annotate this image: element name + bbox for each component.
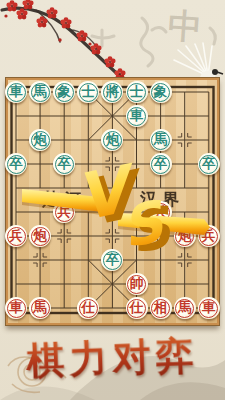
piece-black-soldier[interactable]: 卒 <box>150 153 172 175</box>
piece-red-general[interactable]: 帥 <box>126 273 148 295</box>
piece-black-horse[interactable]: 馬 <box>29 81 51 103</box>
xiangqi-board[interactable]: 楚河 汉界 車馬象士將士象車炮炮馬卒卒卒卒兵兵兵炮炮兵卒帥車馬仕仕相馬車 <box>6 78 219 325</box>
piece-red-horse[interactable]: 馬 <box>29 297 51 319</box>
game-screen: 中 <box>0 0 225 400</box>
footer-title: 棋力对弈 <box>0 330 225 386</box>
piece-red-cannon[interactable]: 炮 <box>174 225 196 247</box>
piece-label: 馬 <box>150 129 172 151</box>
piece-label: 車 <box>5 81 27 103</box>
piece-red-advisor[interactable]: 仕 <box>77 297 99 319</box>
piece-black-soldier[interactable]: 卒 <box>101 249 123 271</box>
piece-black-advisor[interactable]: 士 <box>77 81 99 103</box>
piece-black-rook[interactable]: 車 <box>126 105 148 127</box>
piece-black-cannon[interactable]: 炮 <box>101 129 123 151</box>
piece-label: 炮 <box>29 129 51 151</box>
piece-label: 卒 <box>198 153 220 175</box>
piece-black-soldier[interactable]: 卒 <box>198 153 220 175</box>
piece-black-soldier[interactable]: 卒 <box>5 153 27 175</box>
piece-label: 士 <box>77 81 99 103</box>
piece-label: 兵 <box>150 201 172 223</box>
piece-label: 車 <box>198 297 220 319</box>
piece-black-elephant[interactable]: 象 <box>53 81 75 103</box>
piece-label: 馬 <box>29 297 51 319</box>
piece-label: 車 <box>126 105 148 127</box>
piece-label: 炮 <box>29 225 51 247</box>
piece-red-soldier[interactable]: 兵 <box>53 201 75 223</box>
piece-label: 兵 <box>198 225 220 247</box>
piece-red-rook[interactable]: 車 <box>198 297 220 319</box>
piece-label: 帥 <box>126 273 148 295</box>
piece-label: 卒 <box>5 153 27 175</box>
piece-black-soldier[interactable]: 卒 <box>53 153 75 175</box>
piece-red-soldier[interactable]: 兵 <box>5 225 27 247</box>
piece-black-general[interactable]: 將 <box>101 81 123 103</box>
piece-red-cannon[interactable]: 炮 <box>29 225 51 247</box>
piece-label: 兵 <box>5 225 27 247</box>
piece-label: 炮 <box>174 225 196 247</box>
piece-label: 卒 <box>101 249 123 271</box>
piece-label: 卒 <box>150 153 172 175</box>
piece-label: 仕 <box>126 297 148 319</box>
piece-black-horse[interactable]: 馬 <box>150 129 172 151</box>
piece-label: 車 <box>5 297 27 319</box>
piece-red-advisor[interactable]: 仕 <box>126 297 148 319</box>
piece-label: 馬 <box>174 297 196 319</box>
plum-blossom-decoration <box>0 0 132 86</box>
piece-black-advisor[interactable]: 士 <box>126 81 148 103</box>
piece-label: 象 <box>53 81 75 103</box>
piece-red-rook[interactable]: 車 <box>5 297 27 319</box>
piece-label: 象 <box>150 81 172 103</box>
piece-black-elephant[interactable]: 象 <box>150 81 172 103</box>
piece-label: 仕 <box>77 297 99 319</box>
piece-red-horse[interactable]: 馬 <box>174 297 196 319</box>
piece-label: 將 <box>101 81 123 103</box>
piece-black-rook[interactable]: 車 <box>5 81 27 103</box>
piece-label: 相 <box>150 297 172 319</box>
piece-label: 炮 <box>101 129 123 151</box>
piece-red-elephant[interactable]: 相 <box>150 297 172 319</box>
piece-label: 兵 <box>53 201 75 223</box>
piece-red-soldier[interactable]: 兵 <box>150 201 172 223</box>
piece-black-cannon[interactable]: 炮 <box>29 129 51 151</box>
piece-label: 士 <box>126 81 148 103</box>
piece-red-soldier[interactable]: 兵 <box>198 225 220 247</box>
piece-label: 卒 <box>53 153 75 175</box>
pieces-layer: 車馬象士將士象車炮炮馬卒卒卒卒兵兵兵炮炮兵卒帥車馬仕仕相馬車 <box>8 80 217 323</box>
piece-label: 馬 <box>29 81 51 103</box>
